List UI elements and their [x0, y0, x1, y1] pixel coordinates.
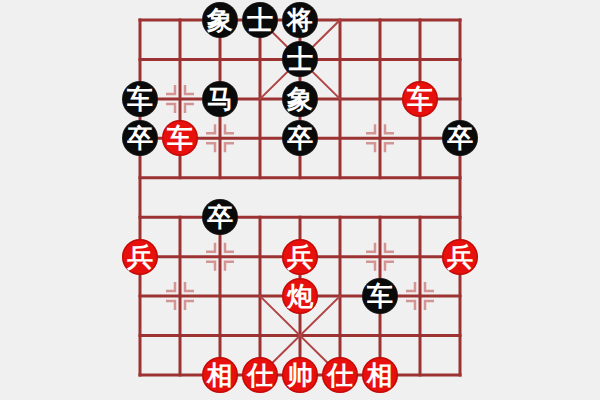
board-point-4-8[interactable]: [280, 316, 320, 355]
board-point-2-1[interactable]: [200, 40, 240, 79]
board-point-0-0[interactable]: [120, 0, 160, 39]
piece-red-chariot[interactable]: 车: [162, 120, 198, 156]
board-point-1-6[interactable]: [160, 237, 200, 276]
board-point-3-1[interactable]: [240, 40, 280, 79]
board-point-6-1[interactable]: [360, 40, 400, 79]
board-point-4-0[interactable]: 将: [280, 0, 320, 39]
board-point-6-6[interactable]: [360, 237, 400, 276]
board-point-1-5[interactable]: [160, 197, 200, 236]
board-point-5-0[interactable]: [320, 0, 360, 39]
board-point-0-1[interactable]: [120, 40, 160, 79]
board-point-5-5[interactable]: [320, 197, 360, 236]
board-point-1-2[interactable]: [160, 79, 200, 118]
piece-red-advisor[interactable]: 仕: [322, 357, 358, 393]
board-point-4-7[interactable]: 炮: [280, 276, 320, 315]
board-point-3-8[interactable]: [240, 316, 280, 355]
xiangqi-app: 象士将士车马象车卒车卒卒卒兵兵兵炮车相仕帅仕相: [0, 0, 600, 400]
board-point-0-7[interactable]: [120, 276, 160, 315]
piece-black-chariot[interactable]: 车: [122, 81, 158, 117]
board-point-7-1[interactable]: [400, 40, 440, 79]
board-point-2-2[interactable]: 马: [200, 79, 240, 118]
board-point-6-9[interactable]: 相: [360, 355, 400, 394]
board-point-8-9[interactable]: [440, 355, 480, 394]
board-point-4-3[interactable]: 卒: [280, 119, 320, 158]
piece-black-pawn[interactable]: 卒: [442, 120, 478, 156]
board-point-6-8[interactable]: [360, 316, 400, 355]
board-point-4-1[interactable]: 士: [280, 40, 320, 79]
piece-black-chariot[interactable]: 车: [362, 278, 398, 314]
board-point-7-5[interactable]: [400, 197, 440, 236]
board-point-2-5[interactable]: 卒: [200, 197, 240, 236]
piece-black-advisor[interactable]: 士: [242, 2, 278, 38]
board-point-2-6[interactable]: [200, 237, 240, 276]
board-point-2-0[interactable]: 象: [200, 0, 240, 39]
board-point-4-6[interactable]: 兵: [280, 237, 320, 276]
piece-red-elephant[interactable]: 相: [202, 357, 238, 393]
board-point-8-1[interactable]: [440, 40, 480, 79]
piece-red-elephant[interactable]: 相: [362, 357, 398, 393]
board-point-1-0[interactable]: [160, 0, 200, 39]
piece-red-advisor[interactable]: 仕: [242, 357, 278, 393]
board-point-7-7[interactable]: [400, 276, 440, 315]
board-point-7-6[interactable]: [400, 237, 440, 276]
board-point-8-3[interactable]: 卒: [440, 119, 480, 158]
board-point-8-2[interactable]: [440, 79, 480, 118]
board-point-4-9[interactable]: 帅: [280, 355, 320, 394]
board-point-5-9[interactable]: 仕: [320, 355, 360, 394]
board-point-7-2[interactable]: 车: [400, 79, 440, 118]
board-point-6-4[interactable]: [360, 158, 400, 197]
board-point-4-4[interactable]: [280, 158, 320, 197]
board-point-5-1[interactable]: [320, 40, 360, 79]
board-points: 象士将士车马象车卒车卒卒卒兵兵兵炮车相仕帅仕相: [120, 0, 480, 394]
board-point-4-2[interactable]: 象: [280, 79, 320, 118]
piece-red-cannon[interactable]: 炮: [282, 278, 318, 314]
board-point-8-8[interactable]: [440, 316, 480, 355]
board-point-0-2[interactable]: 车: [120, 79, 160, 118]
board-point-5-2[interactable]: [320, 79, 360, 118]
board-point-1-7[interactable]: [160, 276, 200, 315]
board-point-2-7[interactable]: [200, 276, 240, 315]
board-point-3-3[interactable]: [240, 119, 280, 158]
board-point-3-0[interactable]: 士: [240, 0, 280, 39]
board-point-6-5[interactable]: [360, 197, 400, 236]
board-point-1-4[interactable]: [160, 158, 200, 197]
board-point-2-3[interactable]: [200, 119, 240, 158]
piece-black-general[interactable]: 将: [282, 2, 318, 38]
board-point-1-3[interactable]: 车: [160, 119, 200, 158]
piece-red-pawn[interactable]: 兵: [122, 239, 158, 275]
board-point-8-0[interactable]: [440, 0, 480, 39]
board-point-5-8[interactable]: [320, 316, 360, 355]
board-point-0-3[interactable]: 卒: [120, 119, 160, 158]
piece-red-general[interactable]: 帅: [282, 357, 318, 393]
board-point-3-7[interactable]: [240, 276, 280, 315]
board-point-4-5[interactable]: [280, 197, 320, 236]
board-point-7-3[interactable]: [400, 119, 440, 158]
board-point-8-7[interactable]: [440, 276, 480, 315]
board-point-7-8[interactable]: [400, 316, 440, 355]
board-point-0-8[interactable]: [120, 316, 160, 355]
board-point-6-7[interactable]: 车: [360, 276, 400, 315]
board-point-3-6[interactable]: [240, 237, 280, 276]
board-point-5-4[interactable]: [320, 158, 360, 197]
piece-black-elephant[interactable]: 象: [282, 81, 318, 117]
piece-red-pawn[interactable]: 兵: [442, 239, 478, 275]
board-point-5-6[interactable]: [320, 237, 360, 276]
board-point-1-9[interactable]: [160, 355, 200, 394]
board-point-0-4[interactable]: [120, 158, 160, 197]
board-point-8-6[interactable]: 兵: [440, 237, 480, 276]
board-point-3-2[interactable]: [240, 79, 280, 118]
xiangqi-board: 象士将士车马象车卒车卒卒卒兵兵兵炮车相仕帅仕相: [0, 0, 600, 400]
board-point-3-4[interactable]: [240, 158, 280, 197]
board-point-6-2[interactable]: [360, 79, 400, 118]
board-point-7-9[interactable]: [400, 355, 440, 394]
board-point-8-4[interactable]: [440, 158, 480, 197]
board-point-0-5[interactable]: [120, 197, 160, 236]
board-point-6-0[interactable]: [360, 0, 400, 39]
board-point-5-7[interactable]: [320, 276, 360, 315]
board-point-7-0[interactable]: [400, 0, 440, 39]
piece-black-pawn[interactable]: 卒: [122, 120, 158, 156]
piece-red-chariot[interactable]: 车: [402, 81, 438, 117]
board-point-5-3[interactable]: [320, 119, 360, 158]
board-point-1-8[interactable]: [160, 316, 200, 355]
board-point-2-4[interactable]: [200, 158, 240, 197]
board-point-3-5[interactable]: [240, 197, 280, 236]
board-point-7-4[interactable]: [400, 158, 440, 197]
board-point-0-6[interactable]: 兵: [120, 237, 160, 276]
piece-black-elephant[interactable]: 象: [202, 2, 238, 38]
piece-black-advisor[interactable]: 士: [282, 41, 318, 77]
piece-black-pawn[interactable]: 卒: [282, 120, 318, 156]
board-point-0-9[interactable]: [120, 355, 160, 394]
piece-black-horse[interactable]: 马: [202, 81, 238, 117]
piece-black-pawn[interactable]: 卒: [202, 199, 238, 235]
board-point-3-9[interactable]: 仕: [240, 355, 280, 394]
board-point-8-5[interactable]: [440, 197, 480, 236]
board-point-1-1[interactable]: [160, 40, 200, 79]
board-point-6-3[interactable]: [360, 119, 400, 158]
piece-red-pawn[interactable]: 兵: [282, 239, 318, 275]
board-point-2-8[interactable]: [200, 316, 240, 355]
board-point-2-9[interactable]: 相: [200, 355, 240, 394]
